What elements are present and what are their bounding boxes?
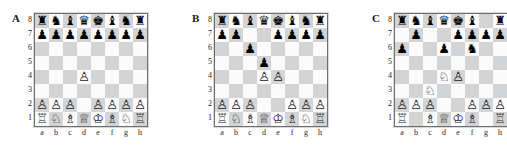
A-square-e6: [91, 42, 105, 56]
white-bishop: ♗: [286, 112, 298, 126]
rank-label-8: 8: [385, 13, 394, 27]
black-rook: ♜: [36, 14, 48, 28]
B-square-b6: [229, 42, 243, 56]
file-label-h: h: [313, 128, 327, 138]
A-square-b1: ♘: [49, 112, 63, 126]
B-square-f6: [285, 42, 299, 56]
black-pawn: ♟: [286, 28, 298, 42]
A-square-g4: [119, 70, 133, 84]
A-square-b7: ♟: [49, 28, 63, 42]
file-label-d: d: [437, 128, 451, 138]
black-pawn: ♟: [64, 28, 76, 42]
A-square-g5: [119, 56, 133, 70]
A-square-f3: [105, 84, 119, 98]
B-square-c5: [243, 56, 257, 70]
A-square-e2: ♙: [91, 98, 105, 112]
B-square-f4: [285, 70, 299, 84]
B-square-b2: ♙: [229, 98, 243, 112]
B-square-g7: ♟: [299, 28, 313, 42]
C-square-e4: ♙: [451, 70, 465, 84]
B-square-d8: ♛: [257, 14, 271, 28]
C-square-a4: [395, 70, 409, 84]
board-B-figure: B 87654321 ♜♞♝♛♚♝♞♜♟♟♟♟♟♟♟♟♙♙♙♙♙♙♙♙♖♘♗♕♔…: [192, 13, 328, 138]
white-pawn: ♙: [410, 98, 422, 112]
A-square-c4: [63, 70, 77, 84]
C-square-d4: ♘: [437, 70, 451, 84]
A-square-c5: [63, 56, 77, 70]
rank-label-3: 3: [385, 83, 394, 97]
black-pawn: ♟: [50, 28, 62, 42]
B-square-a3: [215, 84, 229, 98]
white-pawn: ♙: [78, 70, 90, 84]
white-pawn: ♙: [258, 70, 270, 84]
B-square-e1: ♔: [271, 112, 285, 126]
B-square-b4: [229, 70, 243, 84]
C-square-g7: ♟: [479, 28, 493, 42]
B-square-a4: [215, 70, 229, 84]
white-bishop: ♗: [424, 112, 436, 126]
B-square-a8: ♜: [215, 14, 229, 28]
A-square-c1: ♗: [63, 112, 77, 126]
file-label-b: b: [409, 128, 423, 138]
B-square-e3: [271, 84, 285, 98]
C-square-h1: ♖: [493, 112, 507, 126]
black-pawn: ♟: [466, 28, 478, 42]
black-pawn: ♟: [494, 28, 506, 42]
white-bishop: ♗: [244, 112, 256, 126]
C-square-b7: ♟: [409, 28, 423, 42]
C-square-e2: [451, 98, 465, 112]
C-square-d7: [437, 28, 451, 42]
A-square-a4: [35, 70, 49, 84]
C-square-g8: [479, 14, 493, 28]
C-square-d1: ♕: [437, 112, 451, 126]
file-label-a: a: [215, 128, 229, 138]
black-queen: ♛: [438, 14, 450, 28]
black-pawn: ♟: [314, 28, 326, 42]
A-square-e8: ♚: [91, 14, 105, 28]
A-square-b8: ♞: [49, 14, 63, 28]
C-square-h7: ♟: [493, 28, 507, 42]
A-square-b6: [49, 42, 63, 56]
A-square-h7: ♟: [133, 28, 147, 42]
A-square-e5: [91, 56, 105, 70]
rank-label-3: 3: [205, 83, 214, 97]
file-label-f: f: [465, 128, 479, 138]
black-pawn: ♟: [258, 56, 270, 70]
C-square-b8: ♞: [409, 14, 423, 28]
B-square-a6: [215, 42, 229, 56]
C-square-e1: ♔: [451, 112, 465, 126]
B-square-e4: ♙: [271, 70, 285, 84]
A-square-d7: ♟: [77, 28, 91, 42]
black-knight: ♞: [50, 14, 62, 28]
A-square-a2: ♙: [35, 98, 49, 112]
rank-label-1: 1: [205, 111, 214, 125]
rank-label-6: 6: [25, 41, 34, 55]
rank-label-5: 5: [385, 55, 394, 69]
board-C-figure: C 87654321 ♜♞♝♛♚♝♜♟♟♟♟♟♟♟♞♘♙♘♙♙♙♙♙♙♖♗♕♔♗…: [372, 13, 507, 138]
A-square-b3: [49, 84, 63, 98]
B-square-f8: ♝: [285, 14, 299, 28]
board-C-grid: ♜♞♝♛♚♝♜♟♟♟♟♟♟♟♞♘♙♘♙♙♙♙♙♙♖♗♕♔♗♖: [394, 13, 507, 127]
file-label-a: a: [35, 128, 49, 138]
A-square-g7: ♟: [119, 28, 133, 42]
white-pawn: ♙: [120, 98, 132, 112]
rank-label-5: 5: [205, 55, 214, 69]
C-square-a1: ♖: [395, 112, 409, 126]
A-square-h3: [133, 84, 147, 98]
black-pawn: ♟: [92, 28, 104, 42]
C-square-h3: [493, 84, 507, 98]
A-square-f7: ♟: [105, 28, 119, 42]
C-square-f4: [465, 70, 479, 84]
rank-label-1: 1: [385, 111, 394, 125]
black-bishop: ♝: [424, 14, 436, 28]
file-label-h: h: [133, 128, 147, 138]
B-square-g3: [299, 84, 313, 98]
C-square-c8: ♝: [423, 14, 437, 28]
black-pawn: ♟: [410, 28, 422, 42]
B-square-d5: ♟: [257, 56, 271, 70]
white-pawn: ♙: [36, 98, 48, 112]
file-label-f: f: [105, 128, 119, 138]
B-square-h2: ♙: [313, 98, 327, 112]
white-pawn: ♙: [64, 98, 76, 112]
rank-label-2: 2: [385, 97, 394, 111]
B-square-h4: [313, 70, 327, 84]
board-C-file-labels: abcdefgh: [395, 128, 507, 138]
board-A-rank-labels: 87654321: [25, 13, 34, 127]
C-square-d6: ♟: [437, 42, 451, 56]
board-A-figure: A 87654321 ♜♞♝♛♚♝♞♜♟♟♟♟♟♟♟♟♙♙♙♙♙♙♙♙♖♘♗♕♔…: [12, 13, 148, 138]
B-square-g2: ♙: [299, 98, 313, 112]
black-pawn: ♟: [244, 42, 256, 56]
black-king: ♚: [92, 14, 104, 28]
A-square-d6: [77, 42, 91, 56]
A-square-h2: ♙: [133, 98, 147, 112]
black-bishop: ♝: [466, 14, 478, 28]
B-square-c6: ♟: [243, 42, 257, 56]
rank-label-4: 4: [25, 69, 34, 83]
C-square-h5: [493, 56, 507, 70]
file-label-b: b: [49, 128, 63, 138]
A-square-c6: [63, 42, 77, 56]
B-square-c2: ♙: [243, 98, 257, 112]
B-square-h5: [313, 56, 327, 70]
board-B-rank-labels: 87654321: [205, 13, 214, 127]
white-pawn: ♙: [452, 70, 464, 84]
C-square-f7: ♟: [465, 28, 479, 42]
C-square-f5: [465, 56, 479, 70]
white-rook: ♖: [396, 112, 408, 126]
black-pawn: ♟: [36, 28, 48, 42]
B-square-a2: ♙: [215, 98, 229, 112]
white-rook: ♖: [314, 112, 326, 126]
B-square-c1: ♗: [243, 112, 257, 126]
B-square-d2: [257, 98, 271, 112]
board-A-label: A: [12, 12, 25, 24]
board-B-file-labels: abcdefgh: [215, 128, 328, 138]
B-square-f2: ♙: [285, 98, 299, 112]
black-pawn: ♟: [438, 42, 450, 56]
A-square-f6: [105, 42, 119, 56]
white-knight: ♘: [438, 70, 450, 84]
B-square-e6: [271, 42, 285, 56]
white-pawn: ♙: [272, 70, 284, 84]
white-knight: ♘: [120, 112, 132, 126]
A-square-b2: ♙: [49, 98, 63, 112]
file-label-g: g: [119, 128, 133, 138]
C-square-f3: [465, 84, 479, 98]
white-pawn: ♙: [424, 98, 436, 112]
B-square-f1: ♗: [285, 112, 299, 126]
white-pawn: ♙: [216, 98, 228, 112]
board-A-grid: ♜♞♝♛♚♝♞♜♟♟♟♟♟♟♟♟♙♙♙♙♙♙♙♙♖♘♗♕♔♗♘♖: [34, 13, 148, 127]
A-square-f4: [105, 70, 119, 84]
white-queen: ♕: [258, 112, 270, 126]
chess-diagram-figure: A 87654321 ♜♞♝♛♚♝♞♜♟♟♟♟♟♟♟♟♙♙♙♙♙♙♙♙♖♘♗♕♔…: [0, 0, 507, 153]
board-C-rank-labels: 87654321: [385, 13, 394, 127]
C-square-a3: [395, 84, 409, 98]
C-square-f6: ♞: [465, 42, 479, 56]
A-square-h4: [133, 70, 147, 84]
B-square-h1: ♖: [313, 112, 327, 126]
white-pawn: ♙: [106, 98, 118, 112]
white-pawn: ♙: [286, 98, 298, 112]
A-square-d8: ♛: [77, 14, 91, 28]
A-square-c7: ♟: [63, 28, 77, 42]
B-square-b8: ♞: [229, 14, 243, 28]
file-label-g: g: [299, 128, 313, 138]
white-rook: ♖: [134, 112, 146, 126]
B-square-g4: [299, 70, 313, 84]
C-square-a5: [395, 56, 409, 70]
B-square-e8: ♚: [271, 14, 285, 28]
A-square-d2: [77, 98, 91, 112]
B-square-h3: [313, 84, 327, 98]
C-square-g3: [479, 84, 493, 98]
C-square-d5: [437, 56, 451, 70]
white-knight: ♘: [424, 84, 436, 98]
white-knight: ♘: [50, 112, 62, 126]
white-pawn: ♙: [466, 98, 478, 112]
A-square-g3: [119, 84, 133, 98]
A-square-d5: [77, 56, 91, 70]
white-rook: ♖: [36, 112, 48, 126]
white-king: ♔: [272, 112, 284, 126]
C-square-b6: [409, 42, 423, 56]
file-label-g: g: [479, 128, 493, 138]
C-square-f8: ♝: [465, 14, 479, 28]
black-pawn: ♟: [396, 42, 408, 56]
C-square-e5: [451, 56, 465, 70]
C-square-h8: ♜: [493, 14, 507, 28]
white-rook: ♖: [494, 112, 506, 126]
rank-label-7: 7: [25, 27, 34, 41]
white-pawn: ♙: [396, 98, 408, 112]
file-label-d: d: [77, 128, 91, 138]
B-square-g5: [299, 56, 313, 70]
C-square-d3: [437, 84, 451, 98]
board-B-label: B: [192, 12, 205, 24]
B-square-a7: ♟: [215, 28, 229, 42]
C-square-c6: [423, 42, 437, 56]
rank-label-4: 4: [385, 69, 394, 83]
A-square-d4: ♙: [77, 70, 91, 84]
B-square-e5: [271, 56, 285, 70]
B-square-e2: [271, 98, 285, 112]
file-label-c: c: [63, 128, 77, 138]
C-square-a8: ♜: [395, 14, 409, 28]
C-square-g2: ♙: [479, 98, 493, 112]
A-square-a3: [35, 84, 49, 98]
C-square-f2: ♙: [465, 98, 479, 112]
B-square-d3: [257, 84, 271, 98]
black-pawn: ♟: [78, 28, 90, 42]
rank-label-6: 6: [385, 41, 394, 55]
file-label-h: h: [493, 128, 507, 138]
B-square-h7: ♟: [313, 28, 327, 42]
board-B-grid: ♜♞♝♛♚♝♞♜♟♟♟♟♟♟♟♟♙♙♙♙♙♙♙♙♖♘♗♕♔♗♘♖: [214, 13, 328, 127]
C-square-g4: [479, 70, 493, 84]
B-square-c3: [243, 84, 257, 98]
A-square-f2: ♙: [105, 98, 119, 112]
white-pawn: ♙: [230, 98, 242, 112]
black-bishop: ♝: [106, 14, 118, 28]
A-square-g1: ♘: [119, 112, 133, 126]
black-pawn: ♟: [216, 28, 228, 42]
A-square-h1: ♖: [133, 112, 147, 126]
B-square-d4: ♙: [257, 70, 271, 84]
rank-label-3: 3: [25, 83, 34, 97]
B-square-g6: [299, 42, 313, 56]
A-square-h5: [133, 56, 147, 70]
C-square-f1: ♗: [465, 112, 479, 126]
white-queen: ♕: [438, 112, 450, 126]
white-bishop: ♗: [64, 112, 76, 126]
file-label-e: e: [451, 128, 465, 138]
rank-label-4: 4: [205, 69, 214, 83]
black-king: ♚: [272, 14, 284, 28]
A-square-c3: [63, 84, 77, 98]
C-square-c2: ♙: [423, 98, 437, 112]
white-king: ♔: [452, 112, 464, 126]
B-square-a5: [215, 56, 229, 70]
A-square-e4: [91, 70, 105, 84]
C-square-c7: [423, 28, 437, 42]
black-knight: ♞: [410, 14, 422, 28]
C-square-d8: ♛: [437, 14, 451, 28]
file-label-e: e: [91, 128, 105, 138]
B-square-a1: ♖: [215, 112, 229, 126]
C-square-b5: [409, 56, 423, 70]
B-square-c4: [243, 70, 257, 84]
A-square-f1: ♗: [105, 112, 119, 126]
C-square-h4: [493, 70, 507, 84]
C-square-c1: ♗: [423, 112, 437, 126]
A-square-e7: ♟: [91, 28, 105, 42]
file-label-f: f: [285, 128, 299, 138]
rank-label-2: 2: [205, 97, 214, 111]
black-pawn: ♟: [300, 28, 312, 42]
C-square-c4: [423, 70, 437, 84]
C-square-h6: [493, 42, 507, 56]
A-square-f5: [105, 56, 119, 70]
white-queen: ♕: [78, 112, 90, 126]
B-square-e7: ♟: [271, 28, 285, 42]
A-square-f8: ♝: [105, 14, 119, 28]
C-square-g1: [479, 112, 493, 126]
A-square-a5: [35, 56, 49, 70]
board-C-label: C: [372, 12, 385, 24]
white-pawn: ♙: [300, 98, 312, 112]
C-square-c3: ♘: [423, 84, 437, 98]
B-square-d1: ♕: [257, 112, 271, 126]
rank-label-8: 8: [25, 13, 34, 27]
B-square-b5: [229, 56, 243, 70]
C-square-a2: ♙: [395, 98, 409, 112]
black-knight: ♞: [120, 14, 132, 28]
file-label-d: d: [257, 128, 271, 138]
black-pawn: ♟: [120, 28, 132, 42]
C-square-a7: [395, 28, 409, 42]
C-square-b2: ♙: [409, 98, 423, 112]
rank-label-2: 2: [25, 97, 34, 111]
black-knight: ♞: [300, 14, 312, 28]
B-square-f3: [285, 84, 299, 98]
A-square-e1: ♔: [91, 112, 105, 126]
black-rook: ♜: [314, 14, 326, 28]
file-label-e: e: [271, 128, 285, 138]
black-bishop: ♝: [244, 14, 256, 28]
B-square-c8: ♝: [243, 14, 257, 28]
board-A-file-labels: abcdefgh: [35, 128, 148, 138]
black-knight: ♞: [466, 42, 478, 56]
A-square-h8: ♜: [133, 14, 147, 28]
white-pawn: ♙: [134, 98, 146, 112]
rank-label-5: 5: [25, 55, 34, 69]
black-bishop: ♝: [286, 14, 298, 28]
black-pawn: ♟: [230, 28, 242, 42]
white-bishop: ♗: [466, 112, 478, 126]
black-bishop: ♝: [64, 14, 76, 28]
B-square-g1: ♘: [299, 112, 313, 126]
white-rook: ♖: [216, 112, 228, 126]
C-square-a6: ♟: [395, 42, 409, 56]
A-square-g2: ♙: [119, 98, 133, 112]
file-label-b: b: [229, 128, 243, 138]
file-label-a: a: [395, 128, 409, 138]
A-square-d3: [77, 84, 91, 98]
black-knight: ♞: [230, 14, 242, 28]
B-square-b1: ♘: [229, 112, 243, 126]
C-square-g5: [479, 56, 493, 70]
B-square-h6: [313, 42, 327, 56]
black-rook: ♜: [494, 14, 506, 28]
B-square-h8: ♜: [313, 14, 327, 28]
rank-label-7: 7: [205, 27, 214, 41]
A-square-a7: ♟: [35, 28, 49, 42]
B-square-f5: [285, 56, 299, 70]
B-square-c7: [243, 28, 257, 42]
white-knight: ♘: [230, 112, 242, 126]
A-square-g6: [119, 42, 133, 56]
A-square-a6: [35, 42, 49, 56]
B-square-b7: ♟: [229, 28, 243, 42]
C-square-b1: [409, 112, 423, 126]
black-rook: ♜: [396, 14, 408, 28]
